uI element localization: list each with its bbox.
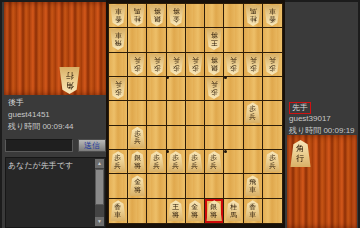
chat-message: あなたが先手です	[6, 158, 96, 174]
piece-角行-gote[interactable]: 角行	[59, 67, 80, 94]
square-8i[interactable]	[128, 199, 147, 223]
square-5d[interactable]	[186, 77, 205, 101]
square-6i[interactable]: 王将	[167, 199, 186, 223]
piece-歩兵-gote: 歩兵	[168, 54, 184, 75]
square-4i[interactable]: 銀将	[205, 199, 224, 223]
square-9f[interactable]	[109, 126, 128, 150]
square-1e[interactable]	[263, 101, 282, 125]
square-3e[interactable]	[224, 101, 243, 125]
gote-clock-label: 残り時間	[8, 122, 40, 131]
piece-銀将-gote: 銀将	[206, 54, 222, 75]
star-point	[166, 150, 169, 153]
chat-log: あなたが先手です ▲ ▼	[5, 157, 106, 228]
scroll-thumb[interactable]	[95, 169, 104, 205]
piece-香車-gote: 香車	[110, 5, 126, 26]
square-8a[interactable]: 桂馬	[128, 4, 147, 28]
piece-王将-gote: 王将	[206, 29, 222, 50]
square-8c[interactable]: 歩兵	[128, 53, 147, 77]
square-8f[interactable]: 歩兵	[128, 126, 147, 150]
scroll-down-icon[interactable]: ▼	[95, 217, 104, 226]
square-2c[interactable]: 歩兵	[244, 53, 263, 77]
piece-歩兵-gote: 歩兵	[245, 54, 261, 75]
board-grid: 香車桂馬銀将金将桂馬香車飛車王将歩兵歩兵歩兵歩兵銀将歩兵歩兵歩兵歩兵歩兵歩兵歩兵…	[109, 4, 282, 223]
piece-飛車-gote: 飛車	[110, 29, 126, 50]
square-5a[interactable]	[186, 4, 205, 28]
gote-panel: 角行 後手 guest41451 残り時間 00:09:44 送信 あなたが先手…	[0, 0, 106, 228]
square-3a[interactable]	[224, 4, 243, 28]
square-9c[interactable]	[109, 53, 128, 77]
gote-captured-tray: 角行	[4, 2, 106, 95]
square-6e[interactable]	[167, 101, 186, 125]
piece-歩兵-gote: 歩兵	[129, 54, 145, 75]
chat-input[interactable]	[5, 139, 73, 152]
square-7h[interactable]	[147, 174, 166, 198]
square-4c[interactable]: 銀将	[205, 53, 224, 77]
square-3d[interactable]	[224, 77, 243, 101]
shogi-board-frame: 香車桂馬銀将金将桂馬香車飛車王将歩兵歩兵歩兵歩兵銀将歩兵歩兵歩兵歩兵歩兵歩兵歩兵…	[106, 0, 285, 228]
shogi-board: 香車桂馬銀将金将桂馬香車飛車王将歩兵歩兵歩兵歩兵銀将歩兵歩兵歩兵歩兵歩兵歩兵歩兵…	[108, 3, 283, 224]
square-5f[interactable]	[186, 126, 205, 150]
square-4a[interactable]	[205, 4, 224, 28]
piece-歩兵-sente: 歩兵	[129, 127, 145, 148]
square-7g[interactable]: 歩兵	[147, 150, 166, 174]
square-3g[interactable]	[224, 150, 243, 174]
square-2b[interactable]	[244, 28, 263, 52]
square-9h[interactable]	[109, 174, 128, 198]
square-1a[interactable]: 香車	[263, 4, 282, 28]
square-4g[interactable]: 歩兵	[205, 150, 224, 174]
piece-歩兵-sente: 歩兵	[187, 151, 203, 172]
star-point	[224, 76, 227, 79]
square-6d[interactable]	[167, 77, 186, 101]
piece-歩兵-gote: 歩兵	[110, 78, 126, 99]
square-7f[interactable]	[147, 126, 166, 150]
square-8h[interactable]: 金将	[128, 174, 147, 198]
square-5b[interactable]	[186, 28, 205, 52]
square-8b[interactable]	[128, 28, 147, 52]
piece-銀将-sente: 銀将	[206, 200, 222, 221]
square-8d[interactable]	[128, 77, 147, 101]
sente-username: guest39017	[289, 114, 331, 124]
square-3c[interactable]: 歩兵	[224, 53, 243, 77]
square-2f[interactable]	[244, 126, 263, 150]
star-point	[224, 150, 227, 153]
chat-scrollbar[interactable]: ▲ ▼	[95, 159, 104, 226]
piece-歩兵-sente: 歩兵	[245, 102, 261, 123]
piece-角行-sente[interactable]: 角行	[290, 140, 311, 167]
square-2d[interactable]	[244, 77, 263, 101]
piece-銀将-gote: 銀将	[149, 5, 165, 26]
piece-歩兵-gote: 歩兵	[206, 78, 222, 99]
square-4f[interactable]	[205, 126, 224, 150]
square-9g[interactable]: 歩兵	[109, 150, 128, 174]
square-6g[interactable]: 歩兵	[167, 150, 186, 174]
sente-role-label: 先手	[289, 102, 311, 114]
send-button[interactable]: 送信	[78, 139, 106, 152]
square-8g[interactable]: 銀将	[128, 150, 147, 174]
piece-香車-gote: 香車	[264, 5, 280, 26]
star-point	[166, 76, 169, 79]
piece-歩兵-sente: 歩兵	[264, 151, 280, 172]
square-7e[interactable]	[147, 101, 166, 125]
sente-captured-tray: 角行	[287, 135, 357, 228]
square-9e[interactable]	[109, 101, 128, 125]
piece-銀将-sente: 銀将	[129, 151, 145, 172]
square-9i[interactable]: 香車	[109, 199, 128, 223]
sente-panel: 先手 guest39017 残り時間 00:09:19 角行	[285, 0, 360, 228]
square-9b[interactable]: 飛車	[109, 28, 128, 52]
square-7a[interactable]: 銀将	[147, 4, 166, 28]
turn-indicator: 先手	[289, 102, 311, 114]
square-1g[interactable]: 歩兵	[263, 150, 282, 174]
square-9a[interactable]: 香車	[109, 4, 128, 28]
square-4d[interactable]: 歩兵	[205, 77, 224, 101]
square-5e[interactable]	[186, 101, 205, 125]
piece-香車-sente: 香車	[245, 200, 261, 221]
piece-歩兵-sente: 歩兵	[110, 151, 126, 172]
piece-飛車-sente: 飛車	[245, 175, 261, 196]
gote-clock: 残り時間 00:09:44	[8, 122, 74, 132]
square-4h[interactable]	[205, 174, 224, 198]
piece-桂馬-sente: 桂馬	[225, 200, 241, 221]
square-9d[interactable]: 歩兵	[109, 77, 128, 101]
square-4e[interactable]	[205, 101, 224, 125]
piece-歩兵-sente: 歩兵	[149, 151, 165, 172]
square-5g[interactable]: 歩兵	[186, 150, 205, 174]
square-1c[interactable]: 歩兵	[263, 53, 282, 77]
square-3h[interactable]	[224, 174, 243, 198]
piece-歩兵-gote: 歩兵	[264, 54, 280, 75]
square-8e[interactable]	[128, 101, 147, 125]
shogi-app: 角行 後手 guest41451 残り時間 00:09:44 送信 あなたが先手…	[0, 0, 360, 228]
square-7b[interactable]	[147, 28, 166, 52]
piece-歩兵-sente: 歩兵	[168, 151, 184, 172]
square-6f[interactable]	[167, 126, 186, 150]
square-5c[interactable]: 歩兵	[186, 53, 205, 77]
square-1h[interactable]	[263, 174, 282, 198]
piece-歩兵-gote: 歩兵	[225, 54, 241, 75]
square-6a[interactable]: 金将	[167, 4, 186, 28]
gote-clock-value: 00:09:44	[42, 122, 73, 131]
piece-金将-gote: 金将	[168, 5, 184, 26]
square-6c[interactable]: 歩兵	[167, 53, 186, 77]
square-2h[interactable]: 飛車	[244, 174, 263, 198]
square-3f[interactable]	[224, 126, 243, 150]
square-2i[interactable]: 香車	[244, 199, 263, 223]
gote-role-label: 後手	[8, 98, 24, 108]
piece-金将-sente: 金将	[187, 200, 203, 221]
square-1d[interactable]	[263, 77, 282, 101]
piece-王将-sente: 王将	[168, 200, 184, 221]
square-7i[interactable]	[147, 199, 166, 223]
square-5h[interactable]	[186, 174, 205, 198]
piece-桂馬-gote: 桂馬	[245, 5, 261, 26]
square-7c[interactable]: 歩兵	[147, 53, 166, 77]
square-4b[interactable]: 王将	[205, 28, 224, 52]
sente-clock-label: 残り時間	[289, 126, 321, 135]
piece-歩兵-gote: 歩兵	[187, 54, 203, 75]
scroll-up-icon[interactable]: ▲	[95, 159, 104, 168]
piece-金将-sente: 金将	[129, 175, 145, 196]
piece-歩兵-gote: 歩兵	[149, 54, 165, 75]
square-3i[interactable]: 桂馬	[224, 199, 243, 223]
square-2e[interactable]: 歩兵	[244, 101, 263, 125]
square-3b[interactable]	[224, 28, 243, 52]
piece-歩兵-sente: 歩兵	[206, 151, 222, 172]
gote-username: guest41451	[8, 110, 50, 120]
square-1b[interactable]	[263, 28, 282, 52]
square-2g[interactable]	[244, 150, 263, 174]
square-6h[interactable]	[167, 174, 186, 198]
sente-clock-value: 00:09:19	[323, 126, 354, 135]
square-5i[interactable]: 金将	[186, 199, 205, 223]
square-7d[interactable]	[147, 77, 166, 101]
square-6b[interactable]	[167, 28, 186, 52]
piece-桂馬-gote: 桂馬	[129, 5, 145, 26]
square-1f[interactable]	[263, 126, 282, 150]
square-2a[interactable]: 桂馬	[244, 4, 263, 28]
square-1i[interactable]	[263, 199, 282, 223]
piece-香車-sente: 香車	[110, 200, 126, 221]
